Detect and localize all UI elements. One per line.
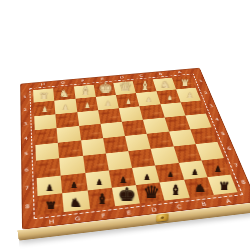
black-queen: ♛	[139, 178, 164, 203]
black-king: ♚	[114, 181, 139, 206]
chess-board: HGFEDCBA HGFEDCBA 12345678 12345678 ♜♞♝♚…	[20, 68, 250, 230]
black-knight: ♞	[188, 173, 213, 198]
black-knight: ♞	[64, 187, 89, 212]
black-bishop: ♝	[163, 176, 188, 201]
black-rook: ♜	[38, 189, 64, 215]
black-bishop: ♝	[89, 184, 114, 209]
photo-scene: HGFEDCBA HGFEDCBA 12345678 12345678 ♜♞♝♚…	[0, 0, 250, 250]
product-photo: HGFEDCBA HGFEDCBA 12345678 12345678 ♜♞♝♚…	[0, 0, 250, 250]
black-rook: ♜	[212, 170, 237, 195]
clasp-icon	[156, 213, 169, 222]
